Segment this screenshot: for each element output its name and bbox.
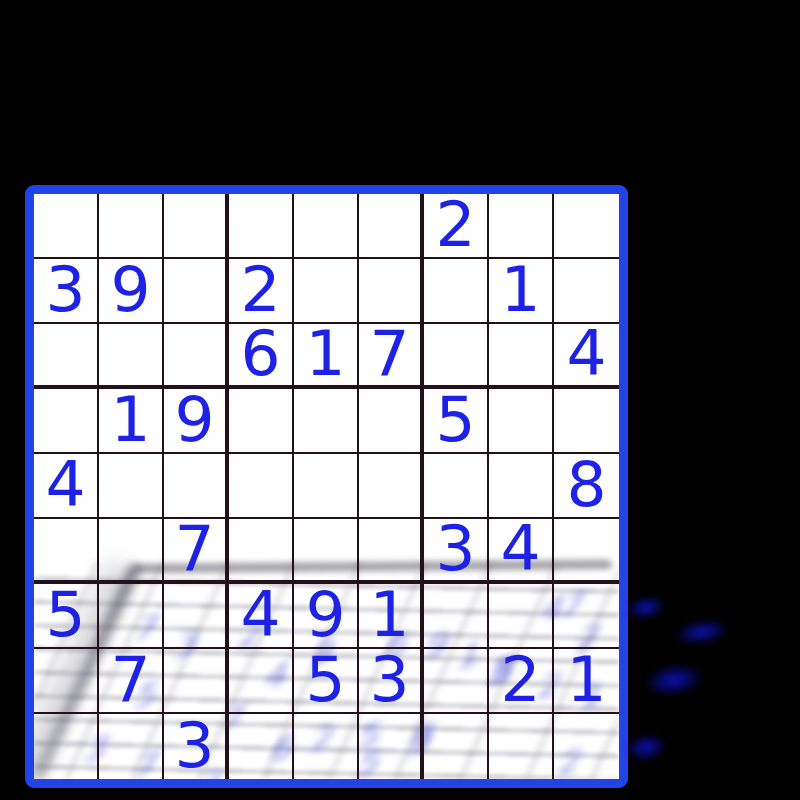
cell-r3c4[interactable]: 6 [229, 324, 294, 389]
cell-r9c3[interactable]: 3 [164, 714, 229, 779]
cell-r1c8[interactable] [489, 194, 554, 259]
given-digit: 4 [240, 583, 280, 646]
cell-r9c6[interactable] [359, 714, 424, 779]
given-digit: 5 [435, 388, 475, 451]
cell-r1c2[interactable] [99, 194, 164, 259]
cell-r9c5[interactable] [294, 714, 359, 779]
cell-r8c1[interactable] [34, 649, 99, 714]
cell-r2c2[interactable]: 9 [99, 259, 164, 324]
given-digit: 1 [305, 322, 345, 385]
given-digit: 7 [174, 517, 214, 580]
given-digit: 3 [435, 517, 475, 580]
cell-r2c6[interactable] [359, 259, 424, 324]
given-digit: 7 [110, 648, 150, 711]
cell-r6c7[interactable]: 3 [424, 519, 489, 584]
cell-r5c8[interactable] [489, 454, 554, 519]
cell-r6c2[interactable] [99, 519, 164, 584]
cell-r9c1[interactable] [34, 714, 99, 779]
sudoku-grid: 239216174195487345491753213 [34, 194, 619, 779]
cell-r8c7[interactable] [424, 649, 489, 714]
given-digit: 1 [500, 258, 540, 321]
cell-r7c8[interactable] [489, 584, 554, 649]
cell-r4c7[interactable]: 5 [424, 389, 489, 454]
cell-r2c9[interactable] [554, 259, 619, 324]
scene: 732961847925742583213726532 239216174195… [0, 0, 800, 800]
cell-r1c9[interactable] [554, 194, 619, 259]
cell-r6c1[interactable] [34, 519, 99, 584]
cell-r5c9[interactable]: 8 [554, 454, 619, 519]
cell-r1c3[interactable] [164, 194, 229, 259]
cell-r4c5[interactable] [294, 389, 359, 454]
given-digit: 4 [45, 453, 85, 516]
given-digit: 3 [45, 258, 85, 321]
cell-r6c6[interactable] [359, 519, 424, 584]
reflection-blob [642, 660, 706, 701]
cell-r3c3[interactable] [164, 324, 229, 389]
cell-r6c5[interactable] [294, 519, 359, 584]
cell-r1c6[interactable] [359, 194, 424, 259]
cell-r7c3[interactable] [164, 584, 229, 649]
reflection-blob [672, 616, 731, 648]
cell-r3c6[interactable]: 7 [359, 324, 424, 389]
cell-r7c7[interactable] [424, 584, 489, 649]
cell-r5c5[interactable] [294, 454, 359, 519]
given-digit: 8 [566, 453, 606, 516]
given-digit: 1 [369, 583, 409, 646]
given-digit: 9 [305, 583, 345, 646]
cell-r2c3[interactable] [164, 259, 229, 324]
cell-r4c1[interactable] [34, 389, 99, 454]
given-digit: 7 [369, 322, 409, 385]
given-digit: 2 [240, 258, 280, 321]
given-digit: 6 [240, 322, 280, 385]
cell-r5c3[interactable] [164, 454, 229, 519]
cell-r2c4[interactable]: 2 [229, 259, 294, 324]
cell-r5c1[interactable]: 4 [34, 454, 99, 519]
cell-r4c2[interactable]: 1 [99, 389, 164, 454]
cell-r8c4[interactable] [229, 649, 294, 714]
cell-r5c4[interactable] [229, 454, 294, 519]
cell-r5c2[interactable] [99, 454, 164, 519]
given-digit: 5 [305, 648, 345, 711]
cell-r9c9[interactable] [554, 714, 619, 779]
cell-r2c8[interactable]: 1 [489, 259, 554, 324]
cell-r3c1[interactable] [34, 324, 99, 389]
cell-r3c8[interactable] [489, 324, 554, 389]
cell-r7c2[interactable] [99, 584, 164, 649]
cell-r2c5[interactable] [294, 259, 359, 324]
cell-r7c4[interactable]: 4 [229, 584, 294, 649]
cell-r7c9[interactable] [554, 584, 619, 649]
cell-r4c9[interactable] [554, 389, 619, 454]
cell-r6c4[interactable] [229, 519, 294, 584]
cell-r4c6[interactable] [359, 389, 424, 454]
cell-r6c8[interactable]: 4 [489, 519, 554, 584]
cell-r8c5[interactable]: 5 [294, 649, 359, 714]
given-digit: 4 [500, 517, 540, 580]
given-digit: 2 [435, 193, 475, 256]
cell-r1c4[interactable] [229, 194, 294, 259]
given-digit: 9 [174, 388, 214, 451]
cell-r5c6[interactable] [359, 454, 424, 519]
sudoku-board: 732961847925742583213726532 239216174195… [25, 185, 628, 788]
cell-r9c2[interactable] [99, 714, 164, 779]
reflection-blob [624, 593, 667, 622]
cell-r3c5[interactable]: 1 [294, 324, 359, 389]
cell-r4c8[interactable] [489, 389, 554, 454]
cell-r9c4[interactable] [229, 714, 294, 779]
cell-r8c2[interactable]: 7 [99, 649, 164, 714]
cell-r6c3[interactable]: 7 [164, 519, 229, 584]
cell-r7c1[interactable]: 5 [34, 584, 99, 649]
cell-r7c5[interactable]: 9 [294, 584, 359, 649]
cell-r6c9[interactable] [554, 519, 619, 584]
cell-r5c7[interactable] [424, 454, 489, 519]
cell-r9c8[interactable] [489, 714, 554, 779]
given-digit: 5 [45, 583, 85, 646]
given-digit: 4 [566, 322, 606, 385]
cell-r8c3[interactable] [164, 649, 229, 714]
cell-r4c3[interactable]: 9 [164, 389, 229, 454]
cell-r4c4[interactable] [229, 389, 294, 454]
cell-r7c6[interactable]: 1 [359, 584, 424, 649]
cell-r3c2[interactable] [99, 324, 164, 389]
given-digit: 3 [174, 714, 214, 777]
given-digit: 9 [110, 258, 150, 321]
given-digit: 1 [110, 388, 150, 451]
cell-r1c1[interactable] [34, 194, 99, 259]
cell-r8c6[interactable]: 3 [359, 649, 424, 714]
given-digit: 3 [369, 648, 409, 711]
cell-r8c8[interactable]: 2 [489, 649, 554, 714]
cell-r2c1[interactable]: 3 [34, 259, 99, 324]
cell-r1c5[interactable] [294, 194, 359, 259]
cell-r3c9[interactable]: 4 [554, 324, 619, 389]
reflection-blob [623, 731, 669, 764]
given-digit: 1 [566, 648, 606, 711]
given-digit: 2 [500, 648, 540, 711]
cell-r3c7[interactable] [424, 324, 489, 389]
cell-r1c7[interactable]: 2 [424, 194, 489, 259]
cell-r2c7[interactable] [424, 259, 489, 324]
cell-r9c7[interactable] [424, 714, 489, 779]
cell-r8c9[interactable]: 1 [554, 649, 619, 714]
